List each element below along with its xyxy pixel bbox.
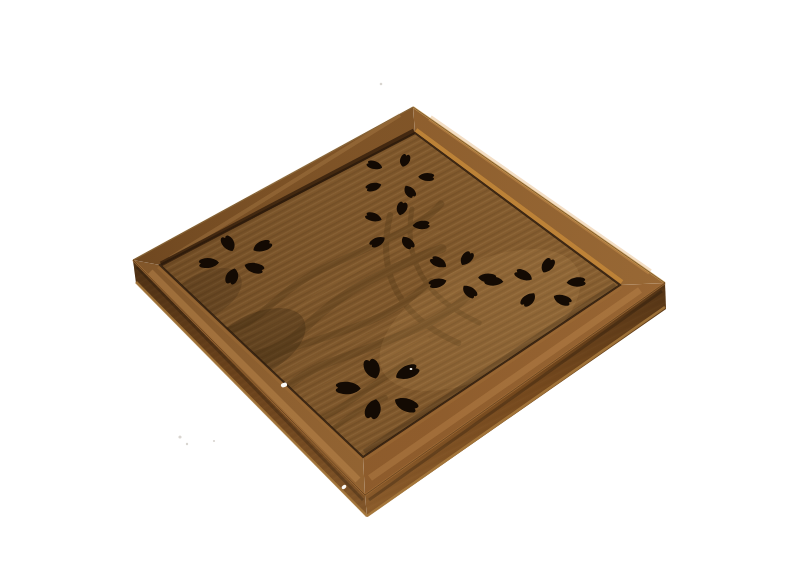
glare-speck (410, 368, 413, 370)
dust-speck (213, 440, 215, 442)
dust-speck (380, 83, 383, 86)
photo-canvas: Angled overhead product photo of a squar… (0, 0, 800, 587)
tray-photo-svg (0, 0, 800, 587)
dust-speck (186, 443, 188, 445)
dust-speck (178, 435, 181, 438)
